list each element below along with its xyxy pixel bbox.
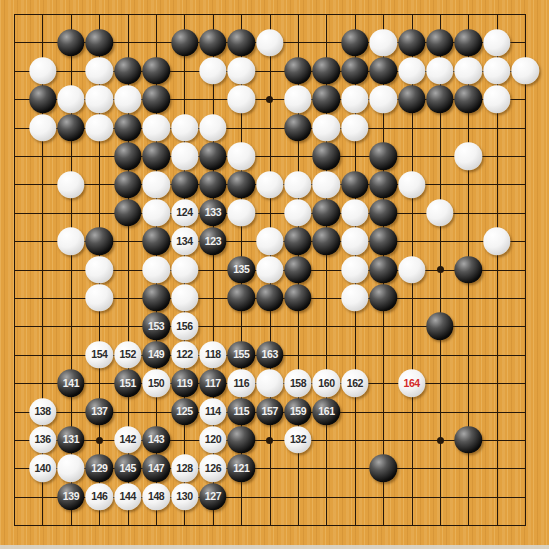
intersection-1-5[interactable]: [28, 142, 56, 170]
intersection-5-6[interactable]: [142, 170, 170, 198]
intersection-1-12[interactable]: [28, 341, 56, 369]
intersection-18-2[interactable]: [511, 57, 539, 85]
intersection-11-17[interactable]: [312, 483, 340, 511]
intersection-16-10[interactable]: [454, 284, 482, 312]
intersection-5-0[interactable]: [142, 0, 170, 28]
intersection-1-11[interactable]: [28, 312, 56, 340]
intersection-10-15[interactable]: 132: [284, 426, 312, 454]
intersection-7-12[interactable]: 118: [199, 341, 227, 369]
intersection-4-10[interactable]: [114, 284, 142, 312]
intersection-18-18[interactable]: [511, 511, 539, 539]
intersection-5-1[interactable]: [142, 28, 170, 56]
intersection-8-2[interactable]: [227, 57, 255, 85]
intersection-13-15[interactable]: [369, 426, 397, 454]
intersection-4-9[interactable]: [114, 256, 142, 284]
intersection-3-5[interactable]: [85, 142, 113, 170]
intersection-18-1[interactable]: [511, 28, 539, 56]
intersection-15-10[interactable]: [426, 284, 454, 312]
intersection-6-17[interactable]: 130: [170, 483, 198, 511]
intersection-18-3[interactable]: [511, 85, 539, 113]
intersection-11-4[interactable]: [312, 114, 340, 142]
intersection-9-15[interactable]: [256, 426, 284, 454]
intersection-10-2[interactable]: [284, 57, 312, 85]
intersection-9-18[interactable]: [256, 511, 284, 539]
intersection-16-11[interactable]: [454, 312, 482, 340]
intersection-3-13[interactable]: [85, 369, 113, 397]
intersection-17-15[interactable]: [483, 426, 511, 454]
intersection-16-8[interactable]: [454, 227, 482, 255]
intersection-8-5[interactable]: [227, 142, 255, 170]
intersection-9-2[interactable]: [256, 57, 284, 85]
intersection-12-15[interactable]: [341, 426, 369, 454]
intersection-0-8[interactable]: [0, 227, 28, 255]
intersection-11-6[interactable]: [312, 170, 340, 198]
intersection-17-2[interactable]: [483, 57, 511, 85]
intersection-13-16[interactable]: [369, 454, 397, 482]
intersection-5-18[interactable]: [142, 511, 170, 539]
intersection-8-4[interactable]: [227, 114, 255, 142]
intersection-9-9[interactable]: [256, 256, 284, 284]
intersection-6-10[interactable]: [170, 284, 198, 312]
intersection-7-16[interactable]: 126: [199, 454, 227, 482]
intersection-11-16[interactable]: [312, 454, 340, 482]
intersection-0-4[interactable]: [0, 114, 28, 142]
intersection-18-0[interactable]: [511, 0, 539, 28]
intersection-7-8[interactable]: 123: [199, 227, 227, 255]
intersection-2-2[interactable]: [57, 57, 85, 85]
intersection-10-7[interactable]: [284, 199, 312, 227]
intersection-9-0[interactable]: [256, 0, 284, 28]
intersection-9-7[interactable]: [256, 199, 284, 227]
intersection-10-14[interactable]: 159: [284, 397, 312, 425]
intersection-17-4[interactable]: [483, 114, 511, 142]
intersection-5-7[interactable]: [142, 199, 170, 227]
intersection-9-1[interactable]: [256, 28, 284, 56]
intersection-3-11[interactable]: [85, 312, 113, 340]
intersection-8-12[interactable]: 155: [227, 341, 255, 369]
intersection-5-15[interactable]: 143: [142, 426, 170, 454]
intersection-14-16[interactable]: [397, 454, 425, 482]
intersection-17-5[interactable]: [483, 142, 511, 170]
intersection-14-2[interactable]: [397, 57, 425, 85]
intersection-0-9[interactable]: [0, 256, 28, 284]
intersection-8-14[interactable]: 115: [227, 397, 255, 425]
intersection-11-5[interactable]: [312, 142, 340, 170]
intersection-10-9[interactable]: [284, 256, 312, 284]
intersection-4-7[interactable]: [114, 199, 142, 227]
intersection-13-14[interactable]: [369, 397, 397, 425]
intersection-18-14[interactable]: [511, 397, 539, 425]
intersection-10-12[interactable]: [284, 341, 312, 369]
intersection-5-3[interactable]: [142, 85, 170, 113]
intersection-2-0[interactable]: [57, 0, 85, 28]
intersection-6-15[interactable]: [170, 426, 198, 454]
intersection-10-10[interactable]: [284, 284, 312, 312]
intersection-10-18[interactable]: [284, 511, 312, 539]
intersection-0-6[interactable]: [0, 170, 28, 198]
intersection-2-17[interactable]: 139: [57, 483, 85, 511]
intersection-12-11[interactable]: [341, 312, 369, 340]
intersection-3-8[interactable]: [85, 227, 113, 255]
intersection-1-16[interactable]: 140: [28, 454, 56, 482]
intersection-8-0[interactable]: [227, 0, 255, 28]
intersection-18-6[interactable]: [511, 170, 539, 198]
intersection-18-7[interactable]: [511, 199, 539, 227]
intersection-14-11[interactable]: [397, 312, 425, 340]
intersection-17-16[interactable]: [483, 454, 511, 482]
intersection-14-1[interactable]: [397, 28, 425, 56]
intersection-0-3[interactable]: [0, 85, 28, 113]
intersection-2-12[interactable]: [57, 341, 85, 369]
intersection-4-12[interactable]: 152: [114, 341, 142, 369]
intersection-0-0[interactable]: [0, 0, 28, 28]
intersection-5-16[interactable]: 147: [142, 454, 170, 482]
intersection-9-14[interactable]: 157: [256, 397, 284, 425]
intersection-0-18[interactable]: [0, 511, 28, 539]
intersection-8-1[interactable]: [227, 28, 255, 56]
intersection-14-13[interactable]: 164: [397, 369, 425, 397]
intersection-7-2[interactable]: [199, 57, 227, 85]
intersection-8-18[interactable]: [227, 511, 255, 539]
intersection-11-8[interactable]: [312, 227, 340, 255]
intersection-12-7[interactable]: [341, 199, 369, 227]
intersection-0-14[interactable]: [0, 397, 28, 425]
intersection-15-6[interactable]: [426, 170, 454, 198]
intersection-11-3[interactable]: [312, 85, 340, 113]
intersection-10-3[interactable]: [284, 85, 312, 113]
intersection-3-12[interactable]: 154: [85, 341, 113, 369]
intersection-10-5[interactable]: [284, 142, 312, 170]
intersection-7-5[interactable]: [199, 142, 227, 170]
intersection-3-2[interactable]: [85, 57, 113, 85]
intersection-15-2[interactable]: [426, 57, 454, 85]
intersection-13-18[interactable]: [369, 511, 397, 539]
intersection-1-14[interactable]: 138: [28, 397, 56, 425]
intersection-17-12[interactable]: [483, 341, 511, 369]
intersection-11-10[interactable]: [312, 284, 340, 312]
intersection-1-17[interactable]: [28, 483, 56, 511]
intersection-6-11[interactable]: 156: [170, 312, 198, 340]
intersection-4-18[interactable]: [114, 511, 142, 539]
intersection-10-11[interactable]: [284, 312, 312, 340]
intersection-12-1[interactable]: [341, 28, 369, 56]
intersection-11-15[interactable]: [312, 426, 340, 454]
intersection-1-3[interactable]: [28, 85, 56, 113]
intersection-3-6[interactable]: [85, 170, 113, 198]
intersection-4-15[interactable]: 142: [114, 426, 142, 454]
intersection-5-9[interactable]: [142, 256, 170, 284]
intersection-14-3[interactable]: [397, 85, 425, 113]
intersection-12-4[interactable]: [341, 114, 369, 142]
intersection-10-16[interactable]: [284, 454, 312, 482]
intersection-15-13[interactable]: [426, 369, 454, 397]
intersection-10-8[interactable]: [284, 227, 312, 255]
intersection-15-18[interactable]: [426, 511, 454, 539]
intersection-14-15[interactable]: [397, 426, 425, 454]
intersection-17-10[interactable]: [483, 284, 511, 312]
intersection-16-16[interactable]: [454, 454, 482, 482]
intersection-13-5[interactable]: [369, 142, 397, 170]
intersection-11-1[interactable]: [312, 28, 340, 56]
intersection-2-6[interactable]: [57, 170, 85, 198]
intersection-2-13[interactable]: 141: [57, 369, 85, 397]
intersection-7-0[interactable]: [199, 0, 227, 28]
intersection-12-9[interactable]: [341, 256, 369, 284]
intersection-3-0[interactable]: [85, 0, 113, 28]
intersection-1-10[interactable]: [28, 284, 56, 312]
intersection-13-3[interactable]: [369, 85, 397, 113]
intersection-18-9[interactable]: [511, 256, 539, 284]
intersection-15-0[interactable]: [426, 0, 454, 28]
intersection-4-13[interactable]: 151: [114, 369, 142, 397]
intersection-16-5[interactable]: [454, 142, 482, 170]
intersection-9-17[interactable]: [256, 483, 284, 511]
intersection-10-6[interactable]: [284, 170, 312, 198]
intersection-12-8[interactable]: [341, 227, 369, 255]
intersection-6-0[interactable]: [170, 0, 198, 28]
intersection-13-12[interactable]: [369, 341, 397, 369]
intersection-9-5[interactable]: [256, 142, 284, 170]
intersection-16-13[interactable]: [454, 369, 482, 397]
intersection-7-13[interactable]: 117: [199, 369, 227, 397]
intersection-7-17[interactable]: 127: [199, 483, 227, 511]
intersection-17-3[interactable]: [483, 85, 511, 113]
intersection-1-13[interactable]: [28, 369, 56, 397]
intersection-6-14[interactable]: 125: [170, 397, 198, 425]
intersection-6-16[interactable]: 128: [170, 454, 198, 482]
intersection-15-4[interactable]: [426, 114, 454, 142]
intersection-13-0[interactable]: [369, 0, 397, 28]
intersection-11-2[interactable]: [312, 57, 340, 85]
intersection-7-15[interactable]: 120: [199, 426, 227, 454]
intersection-0-13[interactable]: [0, 369, 28, 397]
intersection-4-6[interactable]: [114, 170, 142, 198]
intersection-13-6[interactable]: [369, 170, 397, 198]
intersection-2-14[interactable]: [57, 397, 85, 425]
intersection-10-4[interactable]: [284, 114, 312, 142]
intersection-15-1[interactable]: [426, 28, 454, 56]
intersection-1-6[interactable]: [28, 170, 56, 198]
intersection-15-15[interactable]: [426, 426, 454, 454]
intersection-14-18[interactable]: [397, 511, 425, 539]
intersection-12-16[interactable]: [341, 454, 369, 482]
intersection-5-14[interactable]: [142, 397, 170, 425]
intersection-4-5[interactable]: [114, 142, 142, 170]
intersection-3-1[interactable]: [85, 28, 113, 56]
intersection-16-18[interactable]: [454, 511, 482, 539]
intersection-3-17[interactable]: 146: [85, 483, 113, 511]
intersection-1-2[interactable]: [28, 57, 56, 85]
intersection-12-2[interactable]: [341, 57, 369, 85]
intersection-3-18[interactable]: [85, 511, 113, 539]
intersection-1-15[interactable]: 136: [28, 426, 56, 454]
intersection-7-11[interactable]: [199, 312, 227, 340]
intersection-4-8[interactable]: [114, 227, 142, 255]
intersection-15-12[interactable]: [426, 341, 454, 369]
intersection-3-7[interactable]: [85, 199, 113, 227]
intersection-12-10[interactable]: [341, 284, 369, 312]
intersection-11-7[interactable]: [312, 199, 340, 227]
intersection-3-4[interactable]: [85, 114, 113, 142]
intersection-1-4[interactable]: [28, 114, 56, 142]
intersection-16-1[interactable]: [454, 28, 482, 56]
intersection-17-8[interactable]: [483, 227, 511, 255]
intersection-6-12[interactable]: 122: [170, 341, 198, 369]
intersection-11-13[interactable]: 160: [312, 369, 340, 397]
intersection-2-8[interactable]: [57, 227, 85, 255]
intersection-13-4[interactable]: [369, 114, 397, 142]
intersection-0-15[interactable]: [0, 426, 28, 454]
intersection-6-9[interactable]: [170, 256, 198, 284]
intersection-7-10[interactable]: [199, 284, 227, 312]
intersection-12-13[interactable]: 162: [341, 369, 369, 397]
intersection-7-1[interactable]: [199, 28, 227, 56]
intersection-6-3[interactable]: [170, 85, 198, 113]
intersection-14-6[interactable]: [397, 170, 425, 198]
intersection-12-12[interactable]: [341, 341, 369, 369]
intersection-3-3[interactable]: [85, 85, 113, 113]
intersection-4-11[interactable]: [114, 312, 142, 340]
intersection-6-13[interactable]: 119: [170, 369, 198, 397]
intersection-7-9[interactable]: [199, 256, 227, 284]
intersection-18-5[interactable]: [511, 142, 539, 170]
intersection-15-9[interactable]: [426, 256, 454, 284]
intersection-5-12[interactable]: 149: [142, 341, 170, 369]
intersection-13-8[interactable]: [369, 227, 397, 255]
intersection-17-9[interactable]: [483, 256, 511, 284]
intersection-8-6[interactable]: [227, 170, 255, 198]
intersection-14-5[interactable]: [397, 142, 425, 170]
intersection-18-13[interactable]: [511, 369, 539, 397]
intersection-13-10[interactable]: [369, 284, 397, 312]
intersection-2-15[interactable]: 131: [57, 426, 85, 454]
intersection-10-17[interactable]: [284, 483, 312, 511]
intersection-4-0[interactable]: [114, 0, 142, 28]
intersection-14-7[interactable]: [397, 199, 425, 227]
intersection-14-10[interactable]: [397, 284, 425, 312]
intersection-4-14[interactable]: [114, 397, 142, 425]
intersection-4-3[interactable]: [114, 85, 142, 113]
intersection-18-4[interactable]: [511, 114, 539, 142]
intersection-0-11[interactable]: [0, 312, 28, 340]
intersection-0-7[interactable]: [0, 199, 28, 227]
intersection-15-7[interactable]: [426, 199, 454, 227]
intersection-13-1[interactable]: [369, 28, 397, 56]
intersection-9-10[interactable]: [256, 284, 284, 312]
intersection-0-5[interactable]: [0, 142, 28, 170]
intersection-8-9[interactable]: 135: [227, 256, 255, 284]
intersection-8-10[interactable]: [227, 284, 255, 312]
intersection-16-7[interactable]: [454, 199, 482, 227]
intersection-18-8[interactable]: [511, 227, 539, 255]
intersection-7-7[interactable]: 133: [199, 199, 227, 227]
intersection-18-12[interactable]: [511, 341, 539, 369]
intersection-8-3[interactable]: [227, 85, 255, 113]
intersection-16-0[interactable]: [454, 0, 482, 28]
intersection-0-10[interactable]: [0, 284, 28, 312]
intersection-11-9[interactable]: [312, 256, 340, 284]
intersection-16-17[interactable]: [454, 483, 482, 511]
intersection-16-4[interactable]: [454, 114, 482, 142]
intersection-15-11[interactable]: [426, 312, 454, 340]
intersection-7-6[interactable]: [199, 170, 227, 198]
intersection-7-4[interactable]: [199, 114, 227, 142]
intersection-2-7[interactable]: [57, 199, 85, 227]
intersection-14-14[interactable]: [397, 397, 425, 425]
intersection-1-1[interactable]: [28, 28, 56, 56]
intersection-18-16[interactable]: [511, 454, 539, 482]
intersection-15-3[interactable]: [426, 85, 454, 113]
intersection-15-17[interactable]: [426, 483, 454, 511]
intersection-17-17[interactable]: [483, 483, 511, 511]
intersection-6-18[interactable]: [170, 511, 198, 539]
intersection-0-16[interactable]: [0, 454, 28, 482]
intersection-12-17[interactable]: [341, 483, 369, 511]
intersection-16-9[interactable]: [454, 256, 482, 284]
intersection-15-5[interactable]: [426, 142, 454, 170]
intersection-4-16[interactable]: 145: [114, 454, 142, 482]
intersection-2-11[interactable]: [57, 312, 85, 340]
intersection-17-1[interactable]: [483, 28, 511, 56]
intersection-15-14[interactable]: [426, 397, 454, 425]
intersection-7-14[interactable]: 114: [199, 397, 227, 425]
intersection-0-12[interactable]: [0, 341, 28, 369]
intersection-2-18[interactable]: [57, 511, 85, 539]
intersection-9-6[interactable]: [256, 170, 284, 198]
intersection-4-2[interactable]: [114, 57, 142, 85]
intersection-4-4[interactable]: [114, 114, 142, 142]
intersection-1-18[interactable]: [28, 511, 56, 539]
intersection-14-12[interactable]: [397, 341, 425, 369]
intersection-9-12[interactable]: 163: [256, 341, 284, 369]
intersection-17-6[interactable]: [483, 170, 511, 198]
intersection-6-8[interactable]: 134: [170, 227, 198, 255]
intersection-18-10[interactable]: [511, 284, 539, 312]
intersection-1-0[interactable]: [28, 0, 56, 28]
intersection-14-8[interactable]: [397, 227, 425, 255]
intersection-16-2[interactable]: [454, 57, 482, 85]
intersection-8-13[interactable]: 116: [227, 369, 255, 397]
intersection-14-0[interactable]: [397, 0, 425, 28]
intersection-13-11[interactable]: [369, 312, 397, 340]
intersection-14-9[interactable]: [397, 256, 425, 284]
intersection-12-5[interactable]: [341, 142, 369, 170]
intersection-8-15[interactable]: [227, 426, 255, 454]
intersection-9-16[interactable]: [256, 454, 284, 482]
intersection-7-3[interactable]: [199, 85, 227, 113]
intersection-3-9[interactable]: [85, 256, 113, 284]
intersection-12-0[interactable]: [341, 0, 369, 28]
intersection-18-11[interactable]: [511, 312, 539, 340]
intersection-1-8[interactable]: [28, 227, 56, 255]
intersection-3-10[interactable]: [85, 284, 113, 312]
intersection-16-3[interactable]: [454, 85, 482, 113]
intersection-8-17[interactable]: [227, 483, 255, 511]
intersection-2-10[interactable]: [57, 284, 85, 312]
intersection-17-13[interactable]: [483, 369, 511, 397]
intersection-13-9[interactable]: [369, 256, 397, 284]
intersection-2-4[interactable]: [57, 114, 85, 142]
intersection-11-14[interactable]: 161: [312, 397, 340, 425]
intersection-16-6[interactable]: [454, 170, 482, 198]
intersection-3-15[interactable]: [85, 426, 113, 454]
intersection-18-15[interactable]: [511, 426, 539, 454]
intersection-9-3[interactable]: [256, 85, 284, 113]
intersection-10-13[interactable]: 158: [284, 369, 312, 397]
intersection-17-14[interactable]: [483, 397, 511, 425]
intersection-13-17[interactable]: [369, 483, 397, 511]
intersection-11-11[interactable]: [312, 312, 340, 340]
